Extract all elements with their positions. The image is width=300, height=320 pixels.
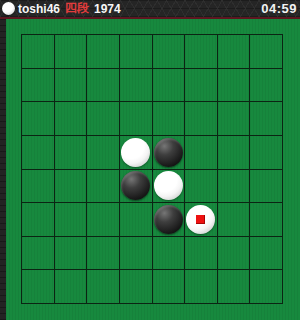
cell-c6[interactable] [87,203,119,236]
cell-f2[interactable] [185,69,217,102]
cell-d6[interactable] [120,203,152,236]
cell-e2[interactable] [153,69,185,102]
player-rating: 1974 [94,2,121,16]
cell-h8[interactable] [250,270,282,303]
white-stone-icon [2,2,15,15]
player-info-bar: toshi46 四段 1974 04:59 [0,0,300,17]
cell-g2[interactable] [218,69,250,102]
last-move-marker [196,215,205,224]
cell-h4[interactable] [250,136,282,169]
cell-b6[interactable] [55,203,87,236]
cell-g7[interactable] [218,237,250,270]
cell-d2[interactable] [120,69,152,102]
white-disc [186,205,215,234]
cell-c3[interactable] [87,102,119,135]
cell-f8[interactable] [185,270,217,303]
cell-f4[interactable] [185,136,217,169]
cell-a5[interactable] [22,170,54,203]
player-name: toshi46 [18,2,60,16]
cell-d4[interactable] [120,136,152,169]
cell-e8[interactable] [153,270,185,303]
cell-a7[interactable] [22,237,54,270]
cell-g5[interactable] [218,170,250,203]
cell-h6[interactable] [250,203,282,236]
cell-g8[interactable] [218,270,250,303]
cell-a8[interactable] [22,270,54,303]
cell-h7[interactable] [250,237,282,270]
cell-c1[interactable] [87,35,119,68]
cell-g4[interactable] [218,136,250,169]
board-field [6,19,300,320]
cell-b8[interactable] [55,270,87,303]
cell-d8[interactable] [120,270,152,303]
cell-e6[interactable] [153,203,185,236]
cell-c5[interactable] [87,170,119,203]
cell-a2[interactable] [22,69,54,102]
black-disc [154,205,183,234]
cell-g1[interactable] [218,35,250,68]
cell-a1[interactable] [22,35,54,68]
cell-a6[interactable] [22,203,54,236]
player-rank: 四段 [65,0,89,17]
cell-e3[interactable] [153,102,185,135]
game-clock: 04:59 [261,1,297,16]
cell-h5[interactable] [250,170,282,203]
cell-d7[interactable] [120,237,152,270]
cell-h3[interactable] [250,102,282,135]
cell-h1[interactable] [250,35,282,68]
white-disc [154,171,183,200]
cell-b4[interactable] [55,136,87,169]
cell-c2[interactable] [87,69,119,102]
cell-c7[interactable] [87,237,119,270]
cell-f3[interactable] [185,102,217,135]
cell-b3[interactable] [55,102,87,135]
cell-d1[interactable] [120,35,152,68]
cell-d5[interactable] [120,170,152,203]
black-disc [154,138,183,167]
cell-c4[interactable] [87,136,119,169]
cell-a3[interactable] [22,102,54,135]
cell-b7[interactable] [55,237,87,270]
cell-g3[interactable] [218,102,250,135]
cell-b2[interactable] [55,69,87,102]
cell-e1[interactable] [153,35,185,68]
othello-board [21,34,283,304]
cell-f1[interactable] [185,35,217,68]
cell-f6[interactable] [185,203,217,236]
cell-h2[interactable] [250,69,282,102]
cell-e7[interactable] [153,237,185,270]
white-disc [121,138,150,167]
cell-c8[interactable] [87,270,119,303]
cell-g6[interactable] [218,203,250,236]
othello-game-window: toshi46 四段 1974 04:59 [0,0,300,320]
cell-b5[interactable] [55,170,87,203]
cell-a4[interactable] [22,136,54,169]
cell-e4[interactable] [153,136,185,169]
cell-b1[interactable] [55,35,87,68]
cell-d3[interactable] [120,102,152,135]
black-disc [121,171,150,200]
cell-e5[interactable] [153,170,185,203]
cell-f7[interactable] [185,237,217,270]
cell-f5[interactable] [185,170,217,203]
